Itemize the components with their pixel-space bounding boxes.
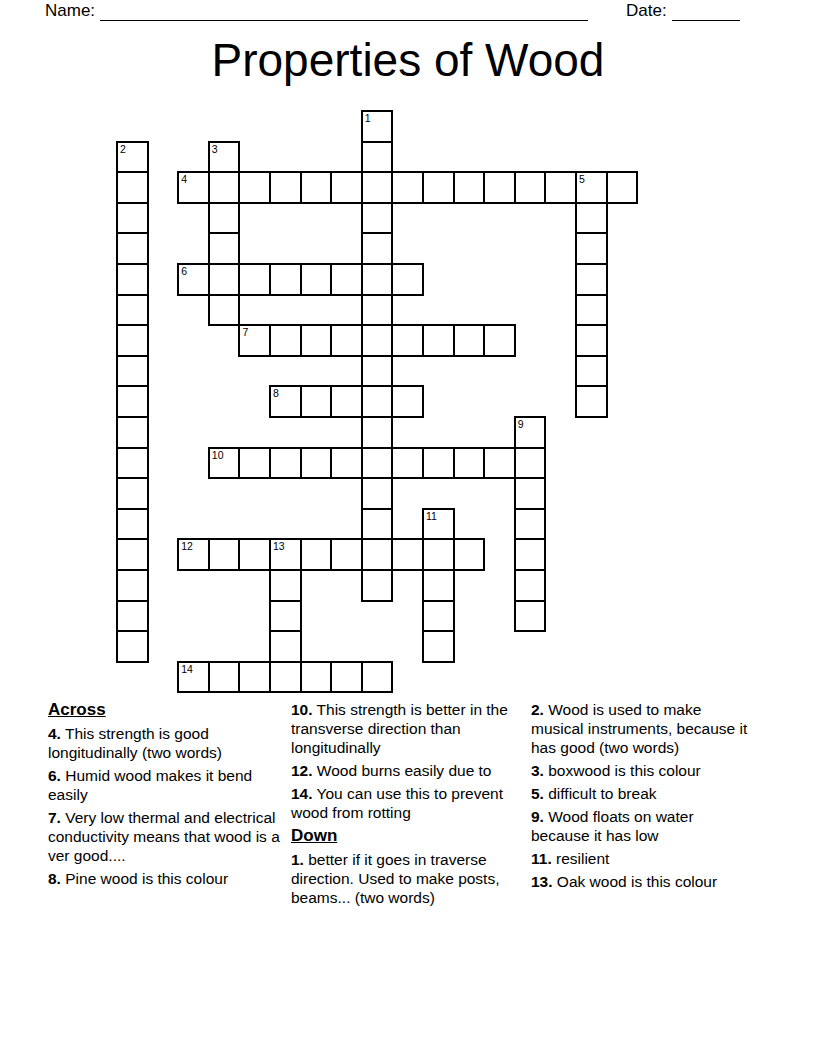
- clue-number-label: 10.: [291, 701, 313, 718]
- clue-6: 6. Humid wood makes it bend easily: [48, 766, 286, 804]
- clue-number-11: 11: [426, 510, 437, 522]
- clue-number-label: 4.: [48, 725, 61, 742]
- grid-cell-r2c5[interactable]: [269, 171, 302, 204]
- grid-cell-r2c10[interactable]: [422, 171, 455, 204]
- grid-cell-r5c15[interactable]: [575, 263, 608, 296]
- grid-cell-r14c9[interactable]: [391, 538, 424, 571]
- clue-number-label: 6.: [48, 767, 61, 784]
- clue-4: 4. This strength is good longitudinally …: [48, 724, 286, 762]
- grid-cell-r17c0[interactable]: [116, 630, 149, 663]
- clue-number-label: 1.: [291, 851, 304, 868]
- grid-cell-r9c7[interactable]: [330, 385, 363, 418]
- puzzle-title: Properties of Wood: [0, 34, 816, 86]
- grid-cell-r15c8[interactable]: [361, 569, 394, 602]
- grid-cell-r14c13[interactable]: [514, 538, 547, 571]
- grid-cell-r2c9[interactable]: [391, 171, 424, 204]
- grid-cell-r18c8[interactable]: [361, 661, 394, 694]
- grid-cell-r14c2[interactable]: 12: [177, 538, 210, 571]
- grid-cell-r13c10[interactable]: 11: [422, 508, 455, 541]
- clue-number-9: 9: [518, 418, 524, 430]
- grid-cell-r14c8[interactable]: [361, 538, 394, 571]
- name-label: Name:: [45, 1, 95, 21]
- grid-cell-r2c4[interactable]: [238, 171, 271, 204]
- grid-cell-r5c6[interactable]: [300, 263, 333, 296]
- clues-column-middle: 10. This strength is better in the trans…: [291, 700, 525, 911]
- grid-cell-r7c8[interactable]: [361, 324, 394, 357]
- clue-text: Wood floats on water because it has low: [531, 808, 694, 844]
- grid-cell-r13c13[interactable]: [514, 508, 547, 541]
- grid-cell-r7c12[interactable]: [483, 324, 516, 357]
- clue-number-label: 12.: [291, 762, 313, 779]
- grid-cell-r7c5[interactable]: [269, 324, 302, 357]
- grid-cell-r9c9[interactable]: [391, 385, 424, 418]
- clues-column-across: Across4. This strength is good longitudi…: [48, 700, 286, 892]
- grid-cell-r15c13[interactable]: [514, 569, 547, 602]
- clue-7: 7. Very low thermal and electrical condu…: [48, 808, 286, 865]
- grid-cell-r14c3[interactable]: [208, 538, 241, 571]
- clue-heading-across: Across: [48, 700, 286, 719]
- grid-cell-r9c5[interactable]: 8: [269, 385, 302, 418]
- grid-cell-r8c0[interactable]: [116, 355, 149, 388]
- grid-cell-r5c5[interactable]: [269, 263, 302, 296]
- grid-cell-r2c7[interactable]: [330, 171, 363, 204]
- grid-cell-r7c7[interactable]: [330, 324, 363, 357]
- grid-cell-r11c9[interactable]: [391, 447, 424, 480]
- clue-13: 13. Oak wood is this colour: [531, 872, 749, 891]
- grid-cell-r17c10[interactable]: [422, 630, 455, 663]
- date-fill-line[interactable]: [672, 1, 740, 21]
- grid-cell-r11c0[interactable]: [116, 447, 149, 480]
- grid-cell-r6c8[interactable]: [361, 294, 394, 327]
- grid-cell-r12c0[interactable]: [116, 477, 149, 510]
- grid-cell-r9c6[interactable]: [300, 385, 333, 418]
- grid-cell-r16c13[interactable]: [514, 600, 547, 633]
- grid-cell-r2c16[interactable]: [606, 171, 639, 204]
- grid-cell-r16c10[interactable]: [422, 600, 455, 633]
- grid-cell-r3c15[interactable]: [575, 202, 608, 235]
- clue-12: 12. Wood burns easily due to: [291, 761, 525, 780]
- grid-cell-r9c0[interactable]: [116, 385, 149, 418]
- grid-cell-r3c0[interactable]: [116, 202, 149, 235]
- grid-cell-r5c4[interactable]: [238, 263, 271, 296]
- clue-3: 3. boxwood is this colour: [531, 761, 749, 780]
- clue-number-14: 14: [181, 663, 193, 675]
- clue-5: 5. difficult to break: [531, 784, 749, 803]
- grid-cell-r18c6[interactable]: [300, 661, 333, 694]
- clue-number-label: 9.: [531, 808, 544, 825]
- grid-cell-r14c10[interactable]: [422, 538, 455, 571]
- grid-cell-r6c0[interactable]: [116, 294, 149, 327]
- grid-cell-r15c5[interactable]: [269, 569, 302, 602]
- grid-cell-r7c15[interactable]: [575, 324, 608, 357]
- clue-text: Very low thermal and electrical conducti…: [48, 809, 280, 864]
- clue-text: Oak wood is this colour: [553, 873, 718, 890]
- date-label: Date:: [626, 1, 667, 21]
- grid-cell-r15c10[interactable]: [422, 569, 455, 602]
- grid-cell-r5c9[interactable]: [391, 263, 424, 296]
- grid-cell-r11c11[interactable]: [453, 447, 486, 480]
- clue-number-label: 13.: [531, 873, 553, 890]
- clue-2: 2. Wood is used to make musical instrume…: [531, 700, 749, 757]
- grid-cell-r14c0[interactable]: [116, 538, 149, 571]
- grid-cell-r2c6[interactable]: [300, 171, 333, 204]
- grid-cell-r8c8[interactable]: [361, 355, 394, 388]
- grid-cell-r1c8[interactable]: [361, 141, 394, 174]
- clue-number-5: 5: [579, 173, 585, 185]
- clue-number-label: 5.: [531, 785, 544, 802]
- clue-number-label: 11.: [531, 850, 552, 867]
- grid-cell-r17c5[interactable]: [269, 630, 302, 663]
- clue-number-1: 1: [365, 112, 371, 124]
- clue-number-label: 7.: [48, 809, 61, 826]
- grid-cell-r5c2[interactable]: 6: [177, 263, 210, 296]
- clue-9: 9. Wood floats on water because it has l…: [531, 807, 749, 845]
- clue-text: Wood burns easily due to: [313, 762, 492, 779]
- grid-cell-r7c4[interactable]: 7: [238, 324, 271, 357]
- grid-cell-r2c0[interactable]: [116, 171, 149, 204]
- grid-cell-r16c0[interactable]: [116, 600, 149, 633]
- grid-cell-r14c4[interactable]: [238, 538, 271, 571]
- grid-cell-r10c0[interactable]: [116, 416, 149, 449]
- grid-cell-r7c6[interactable]: [300, 324, 333, 357]
- grid-cell-r14c6[interactable]: [300, 538, 333, 571]
- clue-number-label: 8.: [48, 870, 61, 887]
- grid-cell-r8c15[interactable]: [575, 355, 608, 388]
- grid-cell-r7c11[interactable]: [453, 324, 486, 357]
- grid-cell-r3c8[interactable]: [361, 202, 394, 235]
- grid-cell-r2c13[interactable]: [514, 171, 547, 204]
- clue-number-7: 7: [242, 326, 248, 338]
- clue-text: This strength is better in the transvers…: [291, 701, 508, 756]
- clue-text: This strength is good longitudinally (tw…: [48, 725, 222, 761]
- grid-cell-r2c14[interactable]: [544, 171, 577, 204]
- grid-cell-r2c3[interactable]: [208, 171, 241, 204]
- grid-cell-r11c7[interactable]: [330, 447, 363, 480]
- grid-cell-r4c3[interactable]: [208, 232, 241, 265]
- grid-cell-r2c12[interactable]: [483, 171, 516, 204]
- grid-cell-r16c5[interactable]: [269, 600, 302, 633]
- clue-number-label: 2.: [531, 701, 544, 718]
- clue-8: 8. Pine wood is this colour: [48, 869, 286, 888]
- grid-cell-r9c8[interactable]: [361, 385, 394, 418]
- grid-cell-r4c0[interactable]: [116, 232, 149, 265]
- grid-cell-r5c7[interactable]: [330, 263, 363, 296]
- grid-cell-r18c3[interactable]: [208, 661, 241, 694]
- grid-cell-r5c8[interactable]: [361, 263, 394, 296]
- grid-cell-r10c8[interactable]: [361, 416, 394, 449]
- grid-cell-r18c2[interactable]: 14: [177, 661, 210, 694]
- grid-cell-r11c13[interactable]: [514, 447, 547, 480]
- clue-text: You can use this to prevent wood from ro…: [291, 785, 503, 821]
- grid-cell-r12c13[interactable]: [514, 477, 547, 510]
- clue-number-label: 3.: [531, 762, 544, 779]
- clue-number-2: 2: [120, 143, 126, 155]
- grid-cell-r13c8[interactable]: [361, 508, 394, 541]
- clue-number-4: 4: [181, 173, 187, 185]
- grid-cell-r4c8[interactable]: [361, 232, 394, 265]
- clue-10: 10. This strength is better in the trans…: [291, 700, 525, 757]
- clue-heading-down: Down: [291, 826, 525, 845]
- grid-cell-r0c8[interactable]: 1: [361, 110, 394, 143]
- clue-text: resilient: [552, 850, 610, 867]
- grid-cell-r2c15[interactable]: 5: [575, 171, 608, 204]
- grid-cell-r1c3[interactable]: 3: [208, 141, 241, 174]
- clue-text: difficult to break: [544, 785, 657, 802]
- clue-11: 11. resilient: [531, 849, 749, 868]
- clue-number-13: 13: [273, 540, 285, 552]
- grid-cell-r11c6[interactable]: [300, 447, 333, 480]
- grid-cell-r2c2[interactable]: 4: [177, 171, 210, 204]
- grid-cell-r12c8[interactable]: [361, 477, 394, 510]
- grid-cell-r18c5[interactable]: [269, 661, 302, 694]
- grid-cell-r11c4[interactable]: [238, 447, 271, 480]
- clue-text: boxwood is this colour: [544, 762, 701, 779]
- grid-cell-r11c3[interactable]: 10: [208, 447, 241, 480]
- grid-cell-r7c10[interactable]: [422, 324, 455, 357]
- grid-cell-r4c15[interactable]: [575, 232, 608, 265]
- grid-cell-r11c5[interactable]: [269, 447, 302, 480]
- clue-number-10: 10: [212, 449, 224, 461]
- grid-cell-r11c12[interactable]: [483, 447, 516, 480]
- grid-cell-r14c11[interactable]: [453, 538, 486, 571]
- grid-cell-r18c7[interactable]: [330, 661, 363, 694]
- clue-number-label: 14.: [291, 785, 313, 802]
- worksheet-page: Name: Date: Properties of Wood 123456789…: [0, 0, 816, 1056]
- clue-number-6: 6: [181, 265, 187, 277]
- grid-cell-r5c3[interactable]: [208, 263, 241, 296]
- clue-number-3: 3: [212, 143, 218, 155]
- clue-text: Wood is used to make musical instruments…: [531, 701, 747, 756]
- grid-cell-r14c5[interactable]: 13: [269, 538, 302, 571]
- clue-text: better if it goes in traverse direction.…: [291, 851, 500, 906]
- grid-cell-r7c9[interactable]: [391, 324, 424, 357]
- grid-cell-r3c3[interactable]: [208, 202, 241, 235]
- grid-cell-r7c0[interactable]: [116, 324, 149, 357]
- grid-cell-r6c15[interactable]: [575, 294, 608, 327]
- grid-cell-r11c8[interactable]: [361, 447, 394, 480]
- clue-text: Humid wood makes it bend easily: [48, 767, 252, 803]
- grid-cell-r13c0[interactable]: [116, 508, 149, 541]
- grid-cell-r2c11[interactable]: [453, 171, 486, 204]
- grid-cell-r2c8[interactable]: [361, 171, 394, 204]
- grid-cell-r15c0[interactable]: [116, 569, 149, 602]
- grid-cell-r18c4[interactable]: [238, 661, 271, 694]
- name-fill-line[interactable]: [100, 1, 588, 21]
- clue-number-8: 8: [273, 387, 279, 399]
- clue-text: Pine wood is this colour: [61, 870, 228, 887]
- grid-cell-r14c7[interactable]: [330, 538, 363, 571]
- grid-cell-r9c15[interactable]: [575, 385, 608, 418]
- grid-cell-r11c10[interactable]: [422, 447, 455, 480]
- grid-cell-r1c0[interactable]: 2: [116, 141, 149, 174]
- grid-cell-r10c13[interactable]: 9: [514, 416, 547, 449]
- grid-cell-r6c3[interactable]: [208, 294, 241, 327]
- clue-14: 14. You can use this to prevent wood fro…: [291, 784, 525, 822]
- clue-number-12: 12: [181, 540, 193, 552]
- clue-1: 1. better if it goes in traverse directi…: [291, 850, 525, 907]
- grid-cell-r5c0[interactable]: [116, 263, 149, 296]
- clues-column-down: 2. Wood is used to make musical instrume…: [531, 700, 749, 895]
- crossword-grid: 1234567891011121314: [116, 110, 638, 693]
